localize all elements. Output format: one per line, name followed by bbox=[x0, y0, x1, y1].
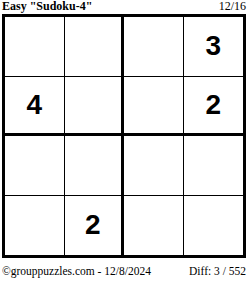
sudoku-board: 3 4 2 2 bbox=[2, 14, 246, 258]
cell-r1c2[interactable] bbox=[65, 17, 125, 77]
cell-r2c3[interactable] bbox=[124, 77, 184, 137]
cell-r2c4[interactable]: 2 bbox=[184, 77, 244, 137]
cell-r4c1[interactable] bbox=[5, 196, 65, 256]
cell-counter: 12/16 bbox=[219, 0, 246, 13]
difficulty-text: Diff: 3 / 552 bbox=[189, 265, 246, 278]
cell-r4c4[interactable] bbox=[184, 196, 244, 256]
cell-r1c3[interactable] bbox=[124, 17, 184, 77]
cell-r3c4[interactable] bbox=[184, 136, 244, 196]
cell-r2c2[interactable] bbox=[65, 77, 125, 137]
cell-r3c3[interactable] bbox=[124, 136, 184, 196]
cell-r3c1[interactable] bbox=[5, 136, 65, 196]
puzzle-header: Easy "Sudoku-4" 12/16 bbox=[2, 0, 246, 13]
cell-r2c1[interactable]: 4 bbox=[5, 77, 65, 137]
sudoku-puzzle-page: Easy "Sudoku-4" 12/16 3 4 2 2 ©grouppuzz… bbox=[0, 0, 248, 282]
cell-r4c3[interactable] bbox=[124, 196, 184, 256]
cell-r4c2[interactable]: 2 bbox=[65, 196, 125, 256]
cell-r3c2[interactable] bbox=[65, 136, 125, 196]
cell-r1c4[interactable]: 3 bbox=[184, 17, 244, 77]
puzzle-title: Easy "Sudoku-4" bbox=[2, 0, 92, 13]
cell-r1c1[interactable] bbox=[5, 17, 65, 77]
puzzle-footer: ©grouppuzzles.com - 12/8/2024 Diff: 3 / … bbox=[2, 265, 246, 278]
copyright-text: ©grouppuzzles.com - 12/8/2024 bbox=[2, 265, 151, 278]
